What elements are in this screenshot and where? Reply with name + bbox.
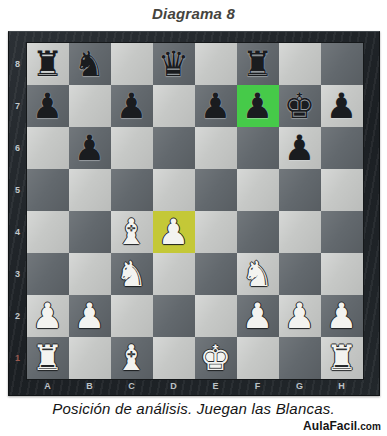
- piece-black-knight[interactable]: ♞: [74, 43, 105, 85]
- square-g1[interactable]: [279, 337, 321, 379]
- piece-black-pawn[interactable]: ♟: [32, 85, 63, 127]
- square-a2[interactable]: ♟: [27, 295, 69, 337]
- piece-white-pawn[interactable]: ♟: [74, 295, 105, 337]
- square-e3[interactable]: [195, 253, 237, 295]
- square-d7[interactable]: [153, 85, 195, 127]
- square-c7[interactable]: ♟: [111, 85, 153, 127]
- square-c4[interactable]: ♝: [111, 211, 153, 253]
- square-f7[interactable]: ♟: [237, 85, 279, 127]
- piece-white-bishop[interactable]: ♝: [116, 211, 147, 253]
- square-e5[interactable]: [195, 169, 237, 211]
- rank-labels: 87654321: [9, 43, 27, 379]
- piece-black-rook[interactable]: ♜: [242, 43, 273, 85]
- piece-white-knight[interactable]: ♞: [116, 253, 147, 295]
- file-labels: ABCDEFGH: [27, 379, 363, 393]
- square-b1[interactable]: [69, 337, 111, 379]
- square-g6[interactable]: ♟: [279, 127, 321, 169]
- square-f6[interactable]: [237, 127, 279, 169]
- chess-board: ♜♞♛♜♟♟♟♟♚♟♟♟♝♟♞♞♟♟♟♟♟♜♝♚♜: [27, 43, 363, 379]
- rank-label: 5: [9, 169, 27, 211]
- square-a5[interactable]: [27, 169, 69, 211]
- piece-white-pawn[interactable]: ♟: [242, 295, 273, 337]
- square-b5[interactable]: [69, 169, 111, 211]
- square-e4[interactable]: [195, 211, 237, 253]
- square-c8[interactable]: [111, 43, 153, 85]
- file-label: C: [111, 379, 153, 393]
- square-a4[interactable]: [27, 211, 69, 253]
- square-c6[interactable]: [111, 127, 153, 169]
- rank-label: 4: [9, 211, 27, 253]
- rank-label: 7: [9, 85, 27, 127]
- square-d3[interactable]: [153, 253, 195, 295]
- square-h3[interactable]: [321, 253, 363, 295]
- square-f2[interactable]: ♟: [237, 295, 279, 337]
- piece-black-king[interactable]: ♚: [284, 85, 315, 127]
- square-h6[interactable]: [321, 127, 363, 169]
- piece-black-pawn[interactable]: ♟: [284, 127, 315, 169]
- piece-black-pawn[interactable]: ♟: [116, 85, 147, 127]
- piece-white-king[interactable]: ♚: [200, 337, 231, 379]
- site-watermark: AulaFacil.com: [303, 419, 381, 433]
- square-c3[interactable]: ♞: [111, 253, 153, 295]
- square-a6[interactable]: [27, 127, 69, 169]
- square-h2[interactable]: ♟: [321, 295, 363, 337]
- rank-label: 6: [9, 127, 27, 169]
- square-c2[interactable]: [111, 295, 153, 337]
- piece-white-pawn[interactable]: ♟: [158, 211, 189, 253]
- piece-white-pawn[interactable]: ♟: [326, 295, 357, 337]
- file-label: H: [321, 379, 363, 393]
- square-e1[interactable]: ♚: [195, 337, 237, 379]
- rank-label: 2: [9, 295, 27, 337]
- piece-black-queen[interactable]: ♛: [158, 43, 189, 85]
- square-f8[interactable]: ♜: [237, 43, 279, 85]
- square-h1[interactable]: ♜: [321, 337, 363, 379]
- square-b6[interactable]: ♟: [69, 127, 111, 169]
- square-b7[interactable]: [69, 85, 111, 127]
- piece-black-pawn[interactable]: ♟: [242, 85, 273, 127]
- square-e6[interactable]: [195, 127, 237, 169]
- piece-white-rook[interactable]: ♜: [326, 337, 357, 379]
- watermark-brand: AulaFacil: [303, 419, 357, 433]
- rank-label: 8: [9, 43, 27, 85]
- piece-white-bishop[interactable]: ♝: [116, 337, 147, 379]
- square-g8[interactable]: [279, 43, 321, 85]
- square-h4[interactable]: [321, 211, 363, 253]
- square-f5[interactable]: [237, 169, 279, 211]
- square-e2[interactable]: [195, 295, 237, 337]
- square-b3[interactable]: [69, 253, 111, 295]
- piece-white-pawn[interactable]: ♟: [284, 295, 315, 337]
- square-c5[interactable]: [111, 169, 153, 211]
- square-d1[interactable]: [153, 337, 195, 379]
- square-a3[interactable]: [27, 253, 69, 295]
- square-g7[interactable]: ♚: [279, 85, 321, 127]
- square-g3[interactable]: [279, 253, 321, 295]
- piece-white-pawn[interactable]: ♟: [32, 295, 63, 337]
- square-a1[interactable]: ♜: [27, 337, 69, 379]
- square-a7[interactable]: ♟: [27, 85, 69, 127]
- square-c1[interactable]: ♝: [111, 337, 153, 379]
- piece-black-pawn[interactable]: ♟: [326, 85, 357, 127]
- square-b8[interactable]: ♞: [69, 43, 111, 85]
- file-label: A: [27, 379, 69, 393]
- square-f1[interactable]: [237, 337, 279, 379]
- square-g2[interactable]: ♟: [279, 295, 321, 337]
- square-b4[interactable]: [69, 211, 111, 253]
- file-label: B: [69, 379, 111, 393]
- piece-white-knight[interactable]: ♞: [242, 253, 273, 295]
- square-d2[interactable]: [153, 295, 195, 337]
- file-label: G: [279, 379, 321, 393]
- diagram-title: Diagrama 8: [0, 0, 387, 29]
- square-f3[interactable]: ♞: [237, 253, 279, 295]
- piece-black-rook[interactable]: ♜: [32, 43, 63, 85]
- rank-label: 3: [9, 253, 27, 295]
- square-h5[interactable]: [321, 169, 363, 211]
- square-d4[interactable]: ♟: [153, 211, 195, 253]
- piece-white-rook[interactable]: ♜: [32, 337, 63, 379]
- square-e8[interactable]: [195, 43, 237, 85]
- square-d8[interactable]: ♛: [153, 43, 195, 85]
- square-g4[interactable]: [279, 211, 321, 253]
- file-label: F: [237, 379, 279, 393]
- square-d6[interactable]: [153, 127, 195, 169]
- square-h7[interactable]: ♟: [321, 85, 363, 127]
- square-h8[interactable]: [321, 43, 363, 85]
- square-g5[interactable]: [279, 169, 321, 211]
- piece-black-pawn[interactable]: ♟: [74, 127, 105, 169]
- watermark-tld: .com: [357, 421, 381, 432]
- square-d5[interactable]: [153, 169, 195, 211]
- square-b2[interactable]: ♟: [69, 295, 111, 337]
- square-e7[interactable]: ♟: [195, 85, 237, 127]
- square-f4[interactable]: [237, 211, 279, 253]
- piece-black-pawn[interactable]: ♟: [200, 85, 231, 127]
- file-label: E: [195, 379, 237, 393]
- board-frame: 87654321 ♜♞♛♜♟♟♟♟♚♟♟♟♝♟♞♞♟♟♟♟♟♜♝♚♜ ABCDE…: [8, 31, 380, 396]
- file-label: D: [153, 379, 195, 393]
- rank-label: 1: [9, 337, 27, 379]
- diagram-caption: Posición de análisis. Juegan las Blancas…: [0, 400, 387, 417]
- square-a8[interactable]: ♜: [27, 43, 69, 85]
- page: Diagrama 8 87654321 ♜♞♛♜♟♟♟♟♚♟♟♟♝♟♞♞♟♟♟♟…: [0, 0, 387, 436]
